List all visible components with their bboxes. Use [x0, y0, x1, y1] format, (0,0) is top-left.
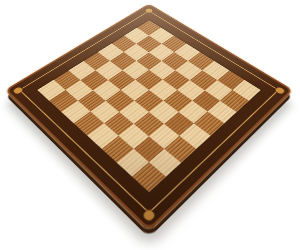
corner-inlay-dot-bottom — [142, 208, 156, 222]
corner-inlay-dot-right — [274, 86, 285, 94]
corner-inlay-dot-top — [144, 7, 153, 13]
chess-board — [5, 4, 293, 232]
corner-inlay-dot-left — [13, 86, 24, 94]
photo-background — [0, 0, 300, 250]
